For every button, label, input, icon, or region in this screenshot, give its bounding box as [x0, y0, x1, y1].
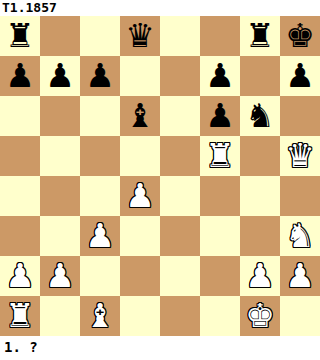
square-b4[interactable]: [40, 176, 80, 216]
square-h5[interactable]: ♛: [280, 136, 320, 176]
square-b1[interactable]: [40, 296, 80, 336]
square-e7[interactable]: [160, 56, 200, 96]
square-b7[interactable]: ♟: [40, 56, 80, 96]
black-pawn-h7[interactable]: ♟: [285, 56, 315, 96]
black-pawn-f6[interactable]: ♟: [205, 96, 235, 136]
square-g6[interactable]: ♞: [240, 96, 280, 136]
square-c8[interactable]: [80, 16, 120, 56]
square-f4[interactable]: [200, 176, 240, 216]
square-b6[interactable]: [40, 96, 80, 136]
white-pawn-g2[interactable]: ♟: [245, 256, 275, 296]
black-knight-g6[interactable]: ♞: [245, 96, 275, 136]
square-f6[interactable]: ♟: [200, 96, 240, 136]
white-knight-h3[interactable]: ♞: [285, 216, 315, 256]
black-bishop-d6[interactable]: ♝: [125, 96, 155, 136]
white-queen-h5[interactable]: ♛: [285, 136, 315, 176]
square-d1[interactable]: [120, 296, 160, 336]
square-d7[interactable]: [120, 56, 160, 96]
white-pawn-h2[interactable]: ♟: [285, 256, 315, 296]
square-c6[interactable]: [80, 96, 120, 136]
square-d2[interactable]: [120, 256, 160, 296]
white-bishop-c1[interactable]: ♝: [85, 296, 115, 336]
square-a6[interactable]: [0, 96, 40, 136]
square-g7[interactable]: [240, 56, 280, 96]
square-d4[interactable]: ♟: [120, 176, 160, 216]
square-f3[interactable]: [200, 216, 240, 256]
chess-board: ♜♛♜♚♟♟♟♟♟♝♟♞♜♛♟♟♞♟♟♟♟♜♝♚: [0, 16, 320, 336]
square-b3[interactable]: [40, 216, 80, 256]
square-e8[interactable]: [160, 16, 200, 56]
square-d8[interactable]: ♛: [120, 16, 160, 56]
square-e1[interactable]: [160, 296, 200, 336]
square-a5[interactable]: [0, 136, 40, 176]
square-f1[interactable]: [200, 296, 240, 336]
square-b8[interactable]: [40, 16, 80, 56]
chess-puzzle-page: T1.1857 ♜♛♜♚♟♟♟♟♟♝♟♞♜♛♟♟♞♟♟♟♟♜♝♚ 1. ?: [0, 0, 320, 360]
square-d3[interactable]: [120, 216, 160, 256]
square-h4[interactable]: [280, 176, 320, 216]
square-h1[interactable]: [280, 296, 320, 336]
black-rook-a8[interactable]: ♜: [5, 16, 35, 56]
white-pawn-b2[interactable]: ♟: [45, 256, 75, 296]
square-e2[interactable]: [160, 256, 200, 296]
square-g3[interactable]: [240, 216, 280, 256]
square-a3[interactable]: [0, 216, 40, 256]
square-c3[interactable]: ♟: [80, 216, 120, 256]
square-h8[interactable]: ♚: [280, 16, 320, 56]
square-g1[interactable]: ♚: [240, 296, 280, 336]
square-a7[interactable]: ♟: [0, 56, 40, 96]
square-h7[interactable]: ♟: [280, 56, 320, 96]
square-c2[interactable]: [80, 256, 120, 296]
square-g5[interactable]: [240, 136, 280, 176]
square-h2[interactable]: ♟: [280, 256, 320, 296]
square-g8[interactable]: ♜: [240, 16, 280, 56]
square-a1[interactable]: ♜: [0, 296, 40, 336]
square-c1[interactable]: ♝: [80, 296, 120, 336]
white-king-g1[interactable]: ♚: [245, 296, 275, 336]
black-pawn-a7[interactable]: ♟: [5, 56, 35, 96]
white-rook-a1[interactable]: ♜: [5, 296, 35, 336]
black-king-h8[interactable]: ♚: [285, 16, 315, 56]
black-rook-g8[interactable]: ♜: [245, 16, 275, 56]
black-queen-d8[interactable]: ♛: [125, 16, 155, 56]
square-b5[interactable]: [40, 136, 80, 176]
square-c7[interactable]: ♟: [80, 56, 120, 96]
black-pawn-f7[interactable]: ♟: [205, 56, 235, 96]
square-e6[interactable]: [160, 96, 200, 136]
square-h6[interactable]: [280, 96, 320, 136]
square-f5[interactable]: ♜: [200, 136, 240, 176]
square-f2[interactable]: [200, 256, 240, 296]
square-a2[interactable]: ♟: [0, 256, 40, 296]
square-e4[interactable]: [160, 176, 200, 216]
square-d6[interactable]: ♝: [120, 96, 160, 136]
move-prompt: 1. ?: [0, 336, 320, 360]
square-a4[interactable]: [0, 176, 40, 216]
white-pawn-c3[interactable]: ♟: [85, 216, 115, 256]
white-pawn-a2[interactable]: ♟: [5, 256, 35, 296]
square-f7[interactable]: ♟: [200, 56, 240, 96]
square-d5[interactable]: [120, 136, 160, 176]
square-c5[interactable]: [80, 136, 120, 176]
square-f8[interactable]: [200, 16, 240, 56]
black-pawn-b7[interactable]: ♟: [45, 56, 75, 96]
square-a8[interactable]: ♜: [0, 16, 40, 56]
square-c4[interactable]: [80, 176, 120, 216]
square-g4[interactable]: [240, 176, 280, 216]
white-pawn-d4[interactable]: ♟: [125, 176, 155, 216]
white-rook-f5[interactable]: ♜: [205, 136, 235, 176]
puzzle-title: T1.1857: [0, 0, 320, 16]
black-pawn-c7[interactable]: ♟: [85, 56, 115, 96]
square-g2[interactable]: ♟: [240, 256, 280, 296]
square-e3[interactable]: [160, 216, 200, 256]
square-b2[interactable]: ♟: [40, 256, 80, 296]
square-e5[interactable]: [160, 136, 200, 176]
square-h3[interactable]: ♞: [280, 216, 320, 256]
